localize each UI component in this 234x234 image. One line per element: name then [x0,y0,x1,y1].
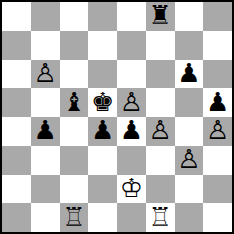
square-f1[interactable]: ♖ [146,203,175,232]
square-g1[interactable] [175,203,204,232]
square-e3[interactable] [117,146,146,175]
square-e2[interactable]: ♔ [117,175,146,204]
square-a5[interactable] [2,88,31,117]
square-h6[interactable] [203,60,232,89]
square-g3[interactable]: ♙ [175,146,204,175]
square-f6[interactable] [146,60,175,89]
square-b3[interactable] [31,146,60,175]
piece-white-rook: ♖ [62,204,85,230]
piece-white-pawn: ♙ [206,117,229,143]
square-h5[interactable]: ♟ [203,88,232,117]
piece-black-pawn: ♟ [33,117,56,143]
square-g5[interactable] [175,88,204,117]
piece-black-pawn: ♟ [120,117,143,143]
piece-white-king: ♔ [120,175,143,201]
square-d5[interactable]: ♚ [88,88,117,117]
piece-white-pawn: ♙ [120,89,143,115]
square-a7[interactable] [2,31,31,60]
square-e7[interactable] [117,31,146,60]
piece-black-king: ♚ [91,89,114,115]
square-f4[interactable]: ♙ [146,117,175,146]
square-b4[interactable]: ♟ [31,117,60,146]
piece-black-bishop: ♝ [62,89,85,115]
square-a3[interactable] [2,146,31,175]
square-c8[interactable] [60,2,89,31]
square-b7[interactable] [31,31,60,60]
square-h7[interactable] [203,31,232,60]
square-d6[interactable] [88,60,117,89]
square-e6[interactable] [117,60,146,89]
square-d1[interactable] [88,203,117,232]
square-c2[interactable] [60,175,89,204]
square-h1[interactable] [203,203,232,232]
square-f2[interactable] [146,175,175,204]
square-e5[interactable]: ♙ [117,88,146,117]
square-b5[interactable] [31,88,60,117]
square-a2[interactable] [2,175,31,204]
square-f7[interactable] [146,31,175,60]
square-g6[interactable]: ♟ [175,60,204,89]
square-b2[interactable] [31,175,60,204]
square-a6[interactable] [2,60,31,89]
square-e1[interactable] [117,203,146,232]
square-a1[interactable] [2,203,31,232]
square-b1[interactable] [31,203,60,232]
square-f8[interactable]: ♜ [146,2,175,31]
square-a4[interactable] [2,117,31,146]
square-b8[interactable] [31,2,60,31]
square-g4[interactable] [175,117,204,146]
piece-white-pawn: ♙ [148,117,171,143]
square-d2[interactable] [88,175,117,204]
square-e8[interactable] [117,2,146,31]
square-c7[interactable] [60,31,89,60]
piece-black-pawn: ♟ [91,117,114,143]
square-h2[interactable] [203,175,232,204]
piece-black-pawn: ♟ [177,60,200,86]
square-c1[interactable]: ♖ [60,203,89,232]
square-e4[interactable]: ♟ [117,117,146,146]
square-g7[interactable] [175,31,204,60]
square-c6[interactable] [60,60,89,89]
piece-black-rook: ♜ [148,2,171,28]
square-h4[interactable]: ♙ [203,117,232,146]
piece-white-pawn: ♙ [33,60,56,86]
square-h8[interactable] [203,2,232,31]
square-f5[interactable] [146,88,175,117]
square-d3[interactable] [88,146,117,175]
square-c3[interactable] [60,146,89,175]
piece-white-pawn: ♙ [177,146,200,172]
square-h3[interactable] [203,146,232,175]
square-g2[interactable] [175,175,204,204]
square-a8[interactable] [2,2,31,31]
chess-diagram: ♜♙♟♝♚♙♟♟♟♟♙♙♙♔♖♖ [0,0,234,234]
square-b6[interactable]: ♙ [31,60,60,89]
chess-board: ♜♙♟♝♚♙♟♟♟♟♙♙♙♔♖♖ [0,0,234,234]
square-d4[interactable]: ♟ [88,117,117,146]
square-d8[interactable] [88,2,117,31]
piece-white-rook: ♖ [148,204,171,230]
square-c5[interactable]: ♝ [60,88,89,117]
piece-black-pawn: ♟ [206,89,229,115]
square-f3[interactable] [146,146,175,175]
square-c4[interactable] [60,117,89,146]
square-d7[interactable] [88,31,117,60]
square-g8[interactable] [175,2,204,31]
